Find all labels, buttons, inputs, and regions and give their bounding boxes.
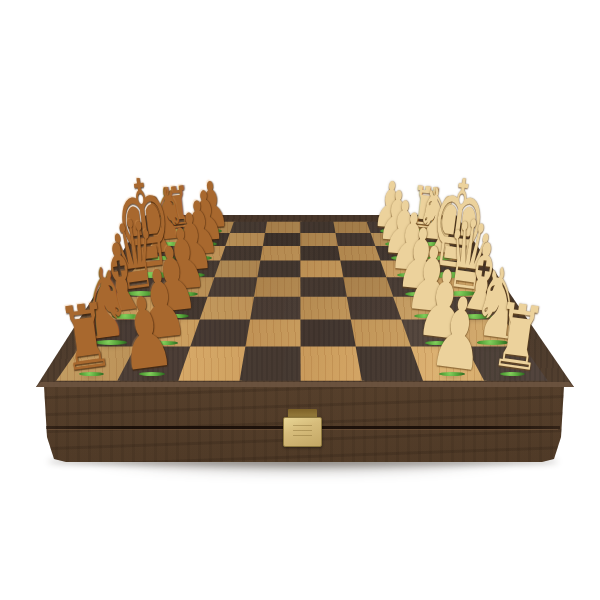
clasp-engraving xyxy=(293,425,312,439)
brass-clasp xyxy=(283,417,322,447)
chess-set-photo: ♜♞♝♛♚♝♞♜♟♟♟♟♟♟♟♟♟♟♟♟♟♟♟♟♜♞♝♛♚♝♞♜ xyxy=(0,0,600,600)
